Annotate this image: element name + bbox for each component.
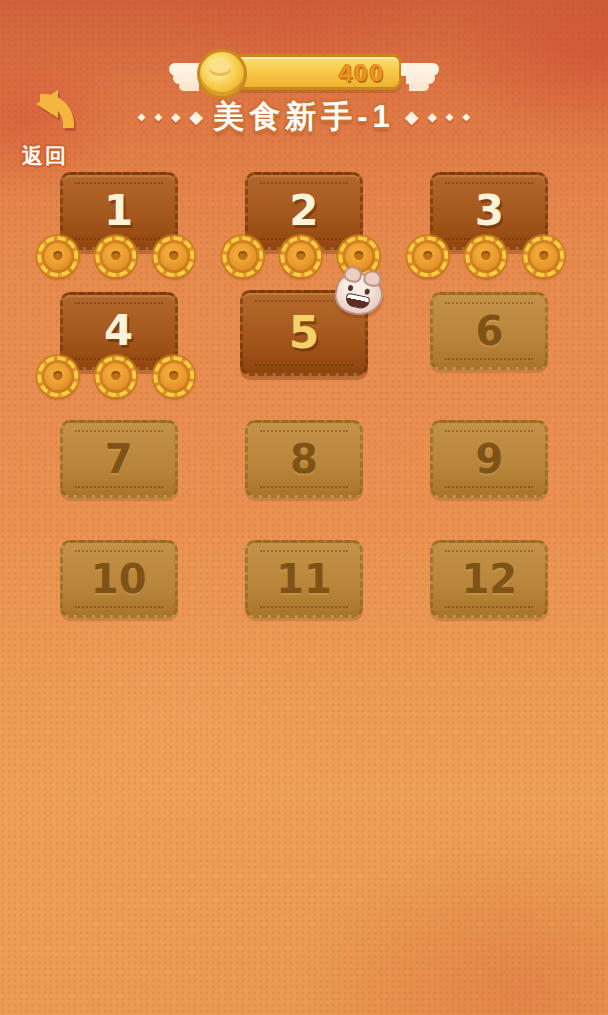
biscuit-tile: 8 bbox=[245, 420, 363, 498]
back-arrow-icon bbox=[22, 90, 84, 140]
level-button-1[interactable]: 1 bbox=[26, 172, 211, 292]
biscuit-tile: 11 bbox=[245, 540, 363, 618]
level-button-7[interactable]: 7 bbox=[26, 420, 211, 540]
star-coin-icon bbox=[280, 236, 321, 277]
level-grid: 1 2 3 4 5 bbox=[26, 172, 582, 662]
level-number: 2 bbox=[289, 190, 318, 232]
stars-tray bbox=[408, 236, 565, 277]
star-coin-icon bbox=[95, 356, 136, 397]
biscuit-tile: 6 bbox=[430, 292, 548, 370]
coin-amount: 400 bbox=[339, 59, 385, 87]
level-number: 3 bbox=[475, 190, 504, 232]
level-number: 12 bbox=[461, 559, 517, 599]
level-button-3[interactable]: 3 bbox=[397, 172, 582, 292]
star-coin-icon bbox=[466, 236, 507, 277]
level-number: 4 bbox=[104, 310, 133, 352]
wing-right-icon bbox=[401, 63, 439, 76]
level-button-11[interactable]: 11 bbox=[211, 540, 396, 662]
biscuit-tile: 7 bbox=[60, 420, 178, 498]
coin-counter: 400 bbox=[206, 54, 402, 90]
coin-icon bbox=[197, 49, 247, 99]
biscuit-tile: 9 bbox=[430, 420, 548, 498]
level-button-6[interactable]: 6 bbox=[397, 292, 582, 420]
back-button-label: 返回 bbox=[22, 142, 94, 170]
star-coin-icon bbox=[37, 356, 78, 397]
star-coin-icon bbox=[95, 236, 136, 277]
level-button-4[interactable]: 4 bbox=[26, 292, 211, 420]
star-coin-icon bbox=[153, 236, 194, 277]
star-coin-icon bbox=[222, 236, 263, 277]
biscuit-tile: 10 bbox=[60, 540, 178, 618]
level-number: 10 bbox=[91, 559, 147, 599]
level-number: 1 bbox=[104, 190, 133, 232]
title-dots-left: ◆◆◆◆ bbox=[138, 108, 203, 126]
stars-tray bbox=[37, 236, 194, 277]
level-button-10[interactable]: 10 bbox=[26, 540, 211, 662]
level-number: 11 bbox=[276, 559, 332, 599]
level-number: 7 bbox=[105, 439, 133, 479]
level-button-9[interactable]: 9 bbox=[397, 420, 582, 540]
star-coin-icon bbox=[153, 356, 194, 397]
star-coin-icon bbox=[524, 236, 565, 277]
page-title: 美食新手-1 bbox=[213, 96, 395, 138]
back-button[interactable]: 返回 bbox=[22, 90, 94, 170]
biscuit-tile: 5 bbox=[240, 290, 368, 376]
level-number: 5 bbox=[289, 311, 320, 355]
level-select-screen: 400 ◆◆◆◆ 美食新手-1 ◆◆◆◆ 返回 1 2 bbox=[0, 0, 608, 1015]
level-button-8[interactable]: 8 bbox=[211, 420, 396, 540]
stars-tray bbox=[37, 356, 194, 397]
title-dots-right: ◆◆◆◆ bbox=[405, 108, 470, 126]
biscuit-tile: 12 bbox=[430, 540, 548, 618]
level-button-12[interactable]: 12 bbox=[397, 540, 582, 662]
level-number: 8 bbox=[290, 439, 318, 479]
star-coin-icon bbox=[408, 236, 449, 277]
level-number: 6 bbox=[475, 311, 503, 351]
level-number: 9 bbox=[475, 439, 503, 479]
star-coin-icon bbox=[37, 236, 78, 277]
level-button-5[interactable]: 5 bbox=[211, 292, 396, 420]
